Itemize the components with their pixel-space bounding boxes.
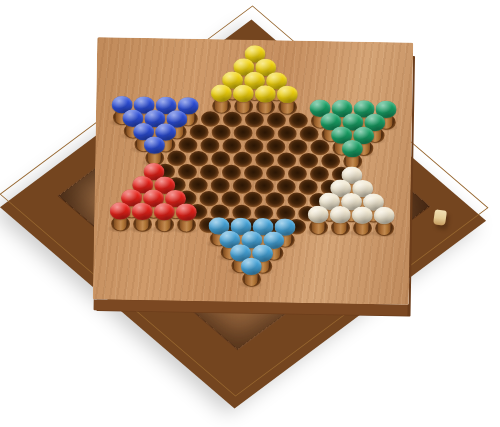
board-hole[interactable] xyxy=(231,179,253,193)
board-hole[interactable] xyxy=(175,218,197,232)
product-photo-scene xyxy=(0,0,500,427)
board-hole[interactable] xyxy=(242,139,264,153)
peg-cap xyxy=(255,85,276,103)
board-hole[interactable] xyxy=(275,153,297,167)
peg-red[interactable] xyxy=(175,203,197,233)
board-hole[interactable] xyxy=(210,125,232,139)
peg-cap xyxy=(374,207,395,225)
peg-cap xyxy=(277,85,298,103)
chinese-checkers-board xyxy=(93,37,414,305)
board-hole[interactable] xyxy=(176,165,198,179)
board-hole[interactable] xyxy=(297,154,319,168)
board-hole[interactable] xyxy=(220,139,242,153)
board-hole[interactable] xyxy=(263,193,285,207)
board-hole[interactable] xyxy=(242,166,264,180)
peg-yellow[interactable] xyxy=(276,85,298,115)
board-hole[interactable] xyxy=(286,167,308,181)
board-hole[interactable] xyxy=(240,272,262,286)
board-hole[interactable] xyxy=(264,140,286,154)
spare-peg[interactable] xyxy=(433,209,447,226)
board-hole[interactable] xyxy=(198,139,220,153)
peg-cap xyxy=(211,84,232,102)
board-hole[interactable] xyxy=(253,179,275,193)
board-hole[interactable] xyxy=(219,192,241,206)
board-hole[interactable] xyxy=(209,152,231,166)
board-hole[interactable] xyxy=(373,221,395,235)
star-grid xyxy=(93,57,413,288)
board-hole[interactable] xyxy=(231,152,253,166)
board-hole[interactable] xyxy=(275,180,297,194)
peg-white[interactable] xyxy=(373,207,395,237)
peg-cap xyxy=(132,202,153,220)
board-hole[interactable] xyxy=(198,165,220,179)
board-hole[interactable] xyxy=(286,140,308,154)
board-hole[interactable] xyxy=(220,165,242,179)
board-hole[interactable] xyxy=(297,180,319,194)
board-hole[interactable] xyxy=(209,179,231,193)
peg-cap xyxy=(352,206,373,224)
peg-cap xyxy=(110,202,131,220)
peg-light-blue[interactable] xyxy=(240,257,262,287)
board-hole[interactable] xyxy=(253,153,275,167)
board-hole[interactable] xyxy=(197,192,219,206)
board-hole[interactable] xyxy=(308,167,330,181)
board-hole[interactable] xyxy=(276,100,298,114)
board-hole[interactable] xyxy=(276,127,298,141)
board-hole[interactable] xyxy=(187,178,209,192)
peg-cap xyxy=(154,203,175,221)
board-hole[interactable] xyxy=(264,166,286,180)
peg-cap xyxy=(144,136,165,154)
board-hole[interactable] xyxy=(241,192,263,206)
board-hole[interactable] xyxy=(232,126,254,140)
board-hole[interactable] xyxy=(187,152,209,166)
peg-cap xyxy=(308,206,329,224)
peg-cap xyxy=(330,206,351,224)
peg-cap xyxy=(241,257,262,275)
board-hole[interactable] xyxy=(285,193,307,207)
peg-cap xyxy=(233,85,254,103)
board-hole[interactable] xyxy=(254,126,276,140)
peg-cap xyxy=(342,140,363,158)
peg-cap xyxy=(176,203,197,221)
